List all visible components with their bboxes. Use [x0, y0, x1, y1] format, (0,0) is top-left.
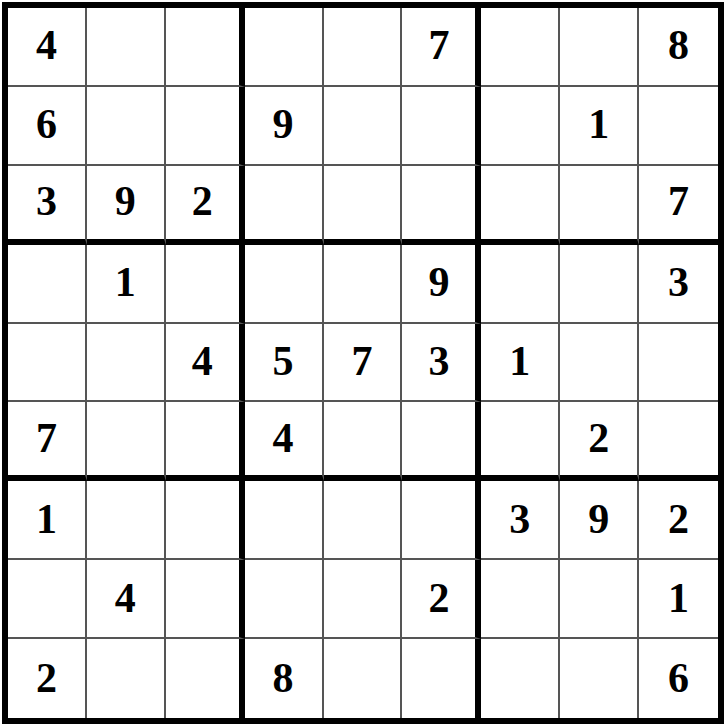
cell-r4c7[interactable]	[481, 245, 560, 324]
cell-r2c3[interactable]	[166, 87, 245, 166]
cell-r6c3[interactable]	[166, 402, 245, 481]
cell-r8c1[interactable]	[8, 560, 87, 639]
cell-r6c6[interactable]	[402, 402, 481, 481]
cell-r8c2[interactable]: 4	[87, 560, 166, 639]
given-digit: 2	[428, 577, 449, 619]
given-digit: 9	[273, 103, 294, 145]
cell-r3c2[interactable]: 9	[87, 166, 166, 245]
cell-r2c7[interactable]	[481, 87, 560, 166]
cell-r4c6[interactable]: 9	[402, 245, 481, 324]
given-digit: 1	[36, 498, 57, 540]
cell-r7c3[interactable]	[166, 481, 245, 560]
cell-r5c4[interactable]: 5	[245, 324, 324, 403]
given-digit: 7	[36, 417, 57, 459]
cell-r3c5[interactable]	[324, 166, 403, 245]
cell-r2c8[interactable]: 1	[560, 87, 639, 166]
cell-r7c9[interactable]: 2	[639, 481, 718, 560]
cell-r1c3[interactable]	[166, 8, 245, 87]
cell-r9c8[interactable]	[560, 639, 639, 718]
cell-r2c2[interactable]	[87, 87, 166, 166]
cell-r3c3[interactable]: 2	[166, 166, 245, 245]
cell-r4c9[interactable]: 3	[639, 245, 718, 324]
cell-r1c9[interactable]: 8	[639, 8, 718, 87]
given-digit: 7	[351, 340, 372, 382]
cell-r6c8[interactable]: 2	[560, 402, 639, 481]
cell-r2c4[interactable]: 9	[245, 87, 324, 166]
cell-r9c5[interactable]	[324, 639, 403, 718]
given-digit: 3	[509, 498, 530, 540]
cell-r9c1[interactable]: 2	[8, 639, 87, 718]
cell-r4c4[interactable]	[245, 245, 324, 324]
cell-r6c9[interactable]	[639, 402, 718, 481]
cell-r3c4[interactable]	[245, 166, 324, 245]
cell-r4c2[interactable]: 1	[87, 245, 166, 324]
cell-r5c7[interactable]: 1	[481, 324, 560, 403]
given-digit: 8	[273, 657, 294, 699]
cell-r3c6[interactable]	[402, 166, 481, 245]
given-digit: 1	[115, 261, 136, 303]
given-digit: 4	[36, 24, 57, 66]
cell-r1c2[interactable]	[87, 8, 166, 87]
cell-r5c5[interactable]: 7	[324, 324, 403, 403]
cell-r1c4[interactable]	[245, 8, 324, 87]
cell-r9c6[interactable]	[402, 639, 481, 718]
cell-r5c1[interactable]	[8, 324, 87, 403]
cell-r3c8[interactable]	[560, 166, 639, 245]
given-digit: 7	[428, 24, 449, 66]
cell-r5c3[interactable]: 4	[166, 324, 245, 403]
cell-r6c7[interactable]	[481, 402, 560, 481]
given-digit: 9	[115, 180, 136, 222]
cell-r3c1[interactable]: 3	[8, 166, 87, 245]
given-digit: 6	[36, 103, 57, 145]
cell-r5c8[interactable]	[560, 324, 639, 403]
given-digit: 4	[115, 577, 136, 619]
given-digit: 9	[588, 498, 609, 540]
cell-r7c4[interactable]	[245, 481, 324, 560]
given-digit: 3	[36, 180, 57, 222]
cell-r3c7[interactable]	[481, 166, 560, 245]
given-digit: 9	[428, 261, 449, 303]
cell-r1c7[interactable]	[481, 8, 560, 87]
given-digit: 2	[588, 417, 609, 459]
given-digit: 1	[588, 103, 609, 145]
cell-r4c5[interactable]	[324, 245, 403, 324]
cell-r8c7[interactable]	[481, 560, 560, 639]
cell-r7c6[interactable]	[402, 481, 481, 560]
given-digit: 2	[668, 498, 689, 540]
cell-r2c9[interactable]	[639, 87, 718, 166]
given-digit: 5	[273, 340, 294, 382]
given-digit: 8	[668, 24, 689, 66]
cell-r7c8[interactable]: 9	[560, 481, 639, 560]
given-digit: 2	[36, 657, 57, 699]
cell-r6c2[interactable]	[87, 402, 166, 481]
cell-r6c4[interactable]: 4	[245, 402, 324, 481]
cell-r4c3[interactable]	[166, 245, 245, 324]
cell-r1c8[interactable]	[560, 8, 639, 87]
cell-r9c4[interactable]: 8	[245, 639, 324, 718]
cell-r8c9[interactable]: 1	[639, 560, 718, 639]
cell-r1c1[interactable]: 4	[8, 8, 87, 87]
cell-r4c1[interactable]	[8, 245, 87, 324]
cell-r8c8[interactable]	[560, 560, 639, 639]
cell-r1c5[interactable]	[324, 8, 403, 87]
cell-r7c2[interactable]	[87, 481, 166, 560]
given-digit: 4	[192, 340, 213, 382]
cell-r9c7[interactable]	[481, 639, 560, 718]
cell-r4c8[interactable]	[560, 245, 639, 324]
given-digit: 6	[668, 657, 689, 699]
cell-r8c3[interactable]	[166, 560, 245, 639]
cell-r6c5[interactable]	[324, 402, 403, 481]
given-digit: 3	[428, 340, 449, 382]
cell-r5c9[interactable]	[639, 324, 718, 403]
cell-r3c9[interactable]: 7	[639, 166, 718, 245]
cell-r7c5[interactable]	[324, 481, 403, 560]
cell-r9c9[interactable]: 6	[639, 639, 718, 718]
given-digit: 4	[273, 417, 294, 459]
given-digit: 1	[668, 577, 689, 619]
cell-r1c6[interactable]: 7	[402, 8, 481, 87]
cell-r8c6[interactable]: 2	[402, 560, 481, 639]
cell-r8c4[interactable]	[245, 560, 324, 639]
cell-r7c7[interactable]: 3	[481, 481, 560, 560]
cell-r8c5[interactable]	[324, 560, 403, 639]
cell-r2c1[interactable]: 6	[8, 87, 87, 166]
given-digit: 7	[668, 180, 689, 222]
cell-r6c1[interactable]: 7	[8, 402, 87, 481]
given-digit: 1	[509, 340, 530, 382]
cell-r2c5[interactable]	[324, 87, 403, 166]
sudoku-board: 4786913927193457317421392421286	[2, 2, 724, 724]
cell-r5c6[interactable]: 3	[402, 324, 481, 403]
cell-r5c2[interactable]	[87, 324, 166, 403]
given-digit: 2	[192, 180, 213, 222]
cell-r2c6[interactable]	[402, 87, 481, 166]
given-digit: 3	[668, 261, 689, 303]
cell-r7c1[interactable]: 1	[8, 481, 87, 560]
cell-r9c3[interactable]	[166, 639, 245, 718]
cell-r9c2[interactable]	[87, 639, 166, 718]
